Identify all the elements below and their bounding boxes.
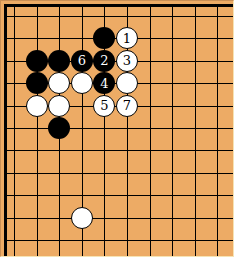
stone-black [93,27,115,49]
stone-white [48,72,70,94]
grid-line-horizontal [4,195,233,196]
grid-line-horizontal [4,173,233,174]
stone-white-move-3: 3 [116,50,138,72]
stone-white [116,72,138,94]
go-board-diagram: 1623457 [0,0,234,257]
stone-black-move-6: 6 [71,50,93,72]
grid-line-horizontal [4,218,233,219]
stone-white [71,72,93,94]
stone-black [26,72,48,94]
grid-line-horizontal [4,150,233,151]
stone-white-move-5: 5 [93,95,115,117]
stone-black-move-4: 4 [93,72,115,94]
board-edge-top [4,4,233,7]
grid-line-horizontal [4,16,233,17]
stone-black [48,117,70,139]
stone-white [26,95,48,117]
grid-line-horizontal [4,128,233,129]
stone-black [26,50,48,72]
stone-white [71,207,93,229]
stone-white-move-7: 7 [116,95,138,117]
board-edge-left [4,4,7,256]
stone-black [48,50,70,72]
stone-black-move-2: 2 [93,50,115,72]
stone-white [48,95,70,117]
grid-line-horizontal [4,240,233,241]
stone-white-move-1: 1 [116,27,138,49]
